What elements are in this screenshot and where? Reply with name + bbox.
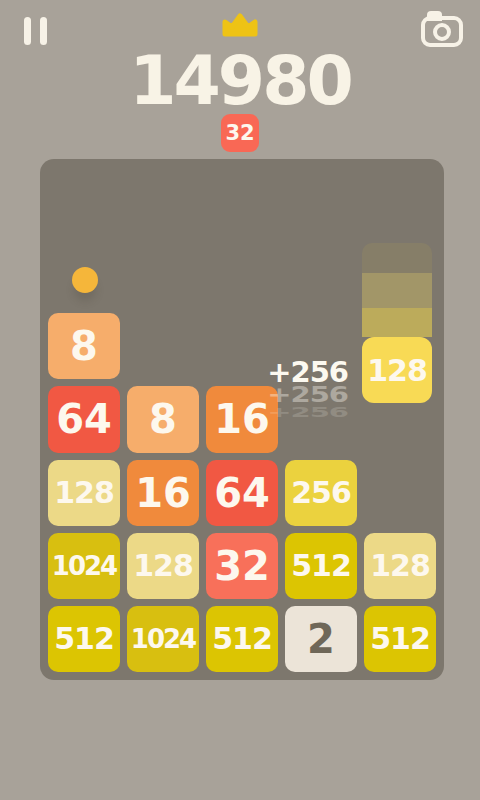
tile-512: 512 xyxy=(364,606,436,672)
tile-8: 8 xyxy=(48,313,120,379)
tile-512: 512 xyxy=(285,533,357,599)
crown-icon xyxy=(222,13,258,38)
tile-128: 128 xyxy=(364,533,436,599)
tile-128: 128 xyxy=(48,460,120,526)
empty-cell xyxy=(127,313,199,379)
pause-icon xyxy=(40,17,47,45)
tile-512: 512 xyxy=(48,606,120,672)
tile-16: 16 xyxy=(127,460,199,526)
score-popup-ghost: +256 xyxy=(267,385,348,405)
tile-64: 64 xyxy=(206,460,278,526)
falling-tile-value: 128 xyxy=(367,353,427,388)
empty-cell xyxy=(285,167,357,233)
empty-cell xyxy=(127,167,199,233)
game-screen: 14980 32 8648161281664256102412832512128… xyxy=(0,0,480,800)
next-tile-badge: 32 xyxy=(221,114,259,152)
tile-512: 512 xyxy=(206,606,278,672)
tile-32: 32 xyxy=(206,533,278,599)
falling-trail-segment xyxy=(362,243,432,273)
tile-256: 256 xyxy=(285,460,357,526)
tile-8: 8 xyxy=(127,386,199,452)
tile-1024: 1024 xyxy=(48,533,120,599)
screenshot-button[interactable] xyxy=(421,11,465,49)
tile-128: 128 xyxy=(127,533,199,599)
empty-cell xyxy=(127,240,199,306)
empty-cell xyxy=(206,167,278,233)
falling-trail-segment xyxy=(362,308,432,337)
camera-lens-icon xyxy=(433,23,451,41)
tile-2: 2 xyxy=(285,606,357,672)
pause-button[interactable] xyxy=(24,17,50,45)
game-board[interactable]: 8648161281664256102412832512128512102451… xyxy=(40,159,444,680)
falling-tile-128: 128 xyxy=(362,337,432,403)
next-tile-value: 32 xyxy=(225,121,254,145)
falling-trail-segment xyxy=(362,273,432,308)
score-popup: +256 +256 +256 xyxy=(267,358,348,434)
empty-cell xyxy=(364,460,436,526)
empty-cell xyxy=(206,240,278,306)
tile-1024: 1024 xyxy=(127,606,199,672)
empty-cell xyxy=(285,240,357,306)
tile-64: 64 xyxy=(48,386,120,452)
empty-cell xyxy=(48,167,120,233)
empty-cell xyxy=(364,167,436,233)
score-value: 14980 xyxy=(0,47,480,115)
score-popup-ghost: +256 xyxy=(267,405,348,420)
pause-icon xyxy=(24,17,31,45)
dot-indicator xyxy=(72,267,98,293)
